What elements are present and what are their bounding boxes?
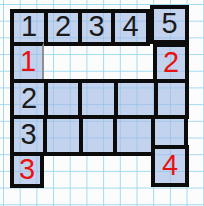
cell-label: 2 (55, 12, 71, 43)
cell-label: 4 (162, 151, 178, 182)
cell-r1c3: 3 (78, 9, 115, 46)
cell-r1c4: 4 (111, 9, 150, 46)
cell-r3c3 (78, 79, 118, 119)
cell-r2c1: 1 (10, 42, 44, 83)
cell-r4c5 (151, 115, 188, 149)
cell-r4c2 (43, 115, 83, 156)
cell-r5c5: 4 (151, 145, 189, 187)
cell-r5c1: 3 (10, 152, 44, 188)
cell-r1c5: 5 (150, 5, 189, 44)
cell-label: 2 (163, 48, 179, 79)
cell-r4c3 (79, 115, 117, 156)
graph-paper: 12345122334 (0, 0, 204, 206)
cell-label: 3 (20, 120, 36, 151)
cell-label: 4 (122, 12, 138, 43)
cell-r4c1: 3 (10, 115, 47, 156)
cell-r3c1: 2 (10, 79, 48, 119)
cell-r1c2: 2 (44, 9, 82, 46)
cell-r3c4 (114, 79, 158, 119)
cell-label: 1 (20, 47, 36, 78)
cell-label: 3 (19, 155, 35, 186)
cell-label: 5 (161, 9, 177, 40)
cell-label: 1 (21, 12, 37, 43)
cell-r1c1: 1 (10, 9, 48, 46)
cell-r3c5 (154, 79, 189, 119)
cell-r4c4 (113, 115, 155, 156)
cell-r3c2 (44, 79, 82, 119)
cell-label: 3 (88, 12, 104, 43)
cell-r2c5: 2 (153, 43, 189, 83)
cell-label: 2 (21, 84, 37, 115)
